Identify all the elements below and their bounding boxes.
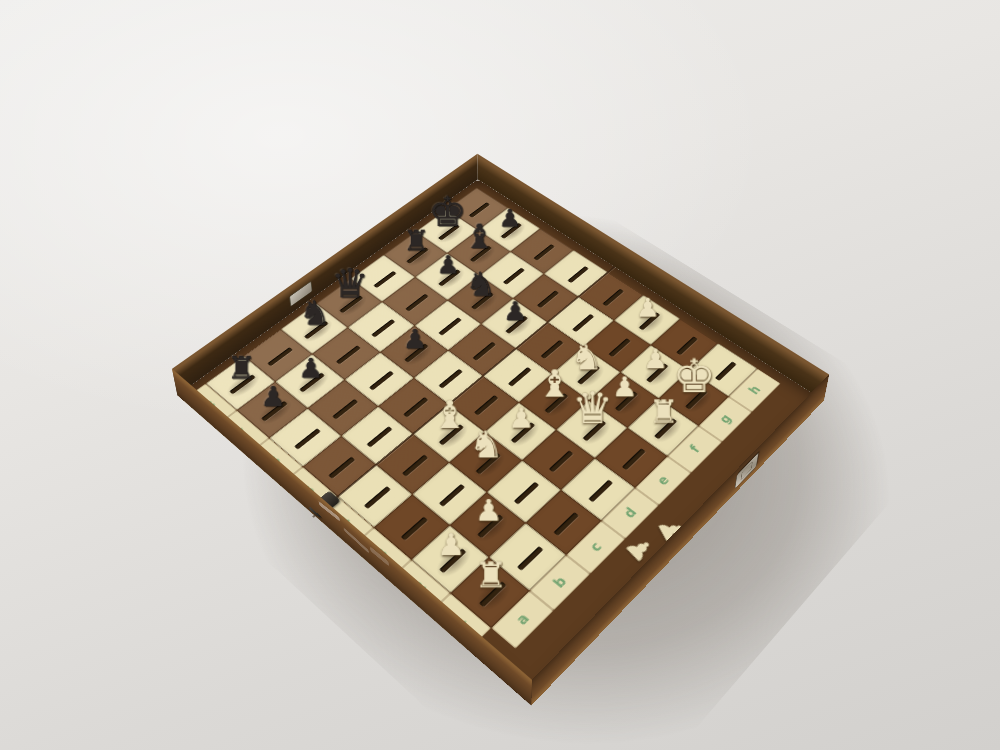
travel-chess-case: 87654321 abcdefgh ♜♞♛♜♚♟♟♟♝♟♟♞♟♝♞♟♝♞♟♟♟♛… — [177, 179, 823, 705]
studio-background: 87654321 abcdefgh ♜♞♛♜♚♟♟♟♝♟♟♞♟♝♞♟♝♞♟♟♟♛… — [0, 0, 1000, 750]
